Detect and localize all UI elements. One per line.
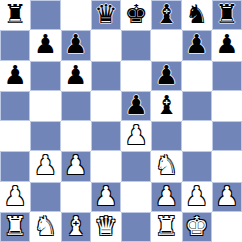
square-e8[interactable]: ♚ <box>121 0 151 30</box>
square-a3[interactable] <box>0 151 30 181</box>
square-c1[interactable]: ♝ <box>61 212 91 242</box>
square-h7[interactable]: ♟ <box>212 30 242 60</box>
square-f8[interactable]: ♝ <box>151 0 181 30</box>
black-bishop[interactable]: ♝ <box>155 1 178 27</box>
square-h5[interactable] <box>212 91 242 121</box>
black-queen[interactable]: ♛ <box>94 1 117 27</box>
square-a8[interactable]: ♜ <box>0 0 30 30</box>
white-queen[interactable]: ♛ <box>94 213 117 239</box>
square-f5[interactable]: ♝ <box>151 91 181 121</box>
square-f3[interactable]: ♞ <box>151 151 181 181</box>
square-g2[interactable]: ♟ <box>182 182 212 212</box>
square-e5[interactable]: ♟ <box>121 91 151 121</box>
square-h4[interactable] <box>212 121 242 151</box>
square-d3[interactable] <box>91 151 121 181</box>
square-g4[interactable] <box>182 121 212 151</box>
black-rook[interactable]: ♜ <box>3 1 26 27</box>
square-c8[interactable] <box>61 0 91 30</box>
white-pawn[interactable]: ♟ <box>155 183 178 209</box>
black-pawn[interactable]: ♟ <box>124 92 147 118</box>
black-pawn[interactable]: ♟ <box>185 31 208 57</box>
white-king[interactable]: ♚ <box>185 213 208 239</box>
square-g8[interactable]: ♞ <box>182 0 212 30</box>
square-h2[interactable]: ♟ <box>212 182 242 212</box>
white-rook[interactable]: ♜ <box>3 213 26 239</box>
square-h8[interactable]: ♜ <box>212 0 242 30</box>
square-b4[interactable] <box>30 121 60 151</box>
square-a7[interactable] <box>0 30 30 60</box>
square-d4[interactable] <box>91 121 121 151</box>
square-c5[interactable] <box>61 91 91 121</box>
square-f2[interactable]: ♟ <box>151 182 181 212</box>
square-c7[interactable]: ♟ <box>61 30 91 60</box>
square-a2[interactable]: ♟ <box>0 182 30 212</box>
white-rook[interactable]: ♜ <box>155 213 178 239</box>
square-f1[interactable]: ♜ <box>151 212 181 242</box>
square-d5[interactable] <box>91 91 121 121</box>
black-rook[interactable]: ♜ <box>215 1 238 27</box>
square-d2[interactable]: ♟ <box>91 182 121 212</box>
square-b6[interactable] <box>30 61 60 91</box>
square-e6[interactable] <box>121 61 151 91</box>
square-h1[interactable] <box>212 212 242 242</box>
chess-board: ♜♛♚♝♞♜♟♟♟♟♟♟♟♟♝♟♟♟♞♟♟♟♟♟♜♞♝♛♜♚ <box>0 0 242 242</box>
square-b8[interactable] <box>30 0 60 30</box>
square-g7[interactable]: ♟ <box>182 30 212 60</box>
black-bishop[interactable]: ♝ <box>155 92 178 118</box>
white-pawn[interactable]: ♟ <box>64 152 87 178</box>
white-bishop[interactable]: ♝ <box>64 213 87 239</box>
white-pawn[interactable]: ♟ <box>185 183 208 209</box>
square-e4[interactable]: ♟ <box>121 121 151 151</box>
square-e2[interactable] <box>121 182 151 212</box>
square-c4[interactable] <box>61 121 91 151</box>
square-a5[interactable] <box>0 91 30 121</box>
black-pawn[interactable]: ♟ <box>215 31 238 57</box>
square-e7[interactable] <box>121 30 151 60</box>
white-knight[interactable]: ♞ <box>155 152 178 178</box>
square-f6[interactable]: ♟ <box>151 61 181 91</box>
square-a1[interactable]: ♜ <box>0 212 30 242</box>
black-knight[interactable]: ♞ <box>185 1 208 27</box>
square-f4[interactable] <box>151 121 181 151</box>
square-c6[interactable]: ♟ <box>61 61 91 91</box>
square-b1[interactable]: ♞ <box>30 212 60 242</box>
square-d8[interactable]: ♛ <box>91 0 121 30</box>
square-a6[interactable]: ♟ <box>0 61 30 91</box>
black-pawn[interactable]: ♟ <box>3 62 26 88</box>
square-g6[interactable] <box>182 61 212 91</box>
square-b3[interactable]: ♟ <box>30 151 60 181</box>
square-a4[interactable] <box>0 121 30 151</box>
chess-board-container: ♜♛♚♝♞♜♟♟♟♟♟♟♟♟♝♟♟♟♞♟♟♟♟♟♜♞♝♛♜♚ <box>0 0 242 242</box>
square-g3[interactable] <box>182 151 212 181</box>
black-pawn[interactable]: ♟ <box>34 31 57 57</box>
black-pawn[interactable]: ♟ <box>64 62 87 88</box>
square-e3[interactable] <box>121 151 151 181</box>
square-b7[interactable]: ♟ <box>30 30 60 60</box>
white-pawn[interactable]: ♟ <box>34 152 57 178</box>
white-pawn[interactable]: ♟ <box>3 183 26 209</box>
square-d7[interactable] <box>91 30 121 60</box>
square-f7[interactable] <box>151 30 181 60</box>
square-b5[interactable] <box>30 91 60 121</box>
square-d6[interactable] <box>91 61 121 91</box>
square-h6[interactable] <box>212 61 242 91</box>
white-pawn[interactable]: ♟ <box>215 183 238 209</box>
square-b2[interactable] <box>30 182 60 212</box>
square-h3[interactable] <box>212 151 242 181</box>
square-c3[interactable]: ♟ <box>61 151 91 181</box>
square-c2[interactable] <box>61 182 91 212</box>
square-d1[interactable]: ♛ <box>91 212 121 242</box>
square-e1[interactable] <box>121 212 151 242</box>
white-knight[interactable]: ♞ <box>34 213 57 239</box>
black-king[interactable]: ♚ <box>124 1 147 27</box>
black-pawn[interactable]: ♟ <box>64 31 87 57</box>
white-pawn[interactable]: ♟ <box>124 122 147 148</box>
white-pawn[interactable]: ♟ <box>94 183 117 209</box>
square-g5[interactable] <box>182 91 212 121</box>
black-pawn[interactable]: ♟ <box>155 62 178 88</box>
square-g1[interactable]: ♚ <box>182 212 212 242</box>
